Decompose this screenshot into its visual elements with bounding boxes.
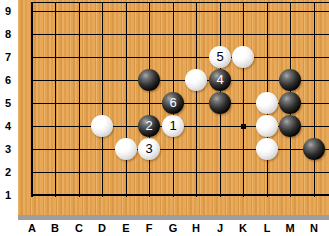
move-number-label: 1 <box>162 115 184 137</box>
grid-line-row-7 <box>31 57 329 58</box>
col-label-B: B <box>46 221 64 235</box>
grid-line-col-K <box>243 2 244 197</box>
grid-line-row-9 <box>31 11 329 12</box>
move-number-label: 4 <box>209 69 231 91</box>
grid-line-col-E <box>126 2 127 197</box>
stone-black-J5[interactable] <box>209 92 231 114</box>
col-label-G: G <box>164 221 182 235</box>
stone-white-J7[interactable]: 5 <box>209 46 231 68</box>
stone-black-M6[interactable] <box>279 69 301 91</box>
col-label-C: C <box>70 221 88 235</box>
grid-line-row-1 <box>31 194 329 196</box>
grid-line-col-H <box>196 2 197 197</box>
star-point-K4 <box>241 124 246 129</box>
stone-white-L3[interactable] <box>256 138 278 160</box>
col-label-J: J <box>211 221 229 235</box>
grid-line-col-A <box>31 2 33 197</box>
row-label-2: 2 <box>0 165 16 179</box>
col-label-A: A <box>23 221 41 235</box>
col-label-M: M <box>281 221 299 235</box>
stone-black-N3[interactable] <box>303 138 325 160</box>
go-diagram: 321645 987654321ABCDEFGHJKLMN <box>0 0 329 236</box>
row-label-3: 3 <box>0 142 16 156</box>
stone-white-K7[interactable] <box>232 46 254 68</box>
row-label-6: 6 <box>0 73 16 87</box>
col-label-H: H <box>187 221 205 235</box>
col-label-E: E <box>117 221 135 235</box>
move-number-label: 2 <box>138 115 160 137</box>
stone-white-L4[interactable] <box>256 115 278 137</box>
grid-line-col-F <box>149 2 150 197</box>
go-board[interactable]: 321645 <box>18 0 329 215</box>
row-label-5: 5 <box>0 96 16 110</box>
stone-black-F4[interactable]: 2 <box>138 115 160 137</box>
stone-white-G4[interactable]: 1 <box>162 115 184 137</box>
stone-white-L5[interactable] <box>256 92 278 114</box>
col-label-L: L <box>258 221 276 235</box>
stone-white-H6[interactable] <box>185 69 207 91</box>
grid-line-col-D <box>102 2 103 197</box>
move-number-label: 5 <box>209 46 231 68</box>
row-label-8: 8 <box>0 27 16 41</box>
move-number-label: 6 <box>162 92 184 114</box>
col-label-K: K <box>234 221 252 235</box>
grid-line-col-N <box>314 2 315 197</box>
grid-line-row-2 <box>31 172 329 173</box>
stone-black-M4[interactable] <box>279 115 301 137</box>
col-label-N: N <box>305 221 323 235</box>
move-number-label: 3 <box>138 138 160 160</box>
row-label-9: 9 <box>0 4 16 18</box>
row-label-4: 4 <box>0 119 16 133</box>
stone-white-E3[interactable] <box>115 138 137 160</box>
grid-line-row-8 <box>31 34 329 35</box>
stone-black-J6[interactable]: 4 <box>209 69 231 91</box>
stone-white-F3[interactable]: 3 <box>138 138 160 160</box>
stone-black-G5[interactable]: 6 <box>162 92 184 114</box>
stone-black-F6[interactable] <box>138 69 160 91</box>
stone-black-M5[interactable] <box>279 92 301 114</box>
grid-line-col-C <box>79 2 80 197</box>
stone-white-D4[interactable] <box>91 115 113 137</box>
grid-line-top-crop <box>31 2 329 3</box>
grid-line-col-B <box>55 2 56 197</box>
row-label-1: 1 <box>0 188 16 202</box>
col-label-F: F <box>140 221 158 235</box>
board-edge-shadow <box>18 215 329 220</box>
grid-line-row-3 <box>31 149 329 150</box>
row-label-7: 7 <box>0 50 16 64</box>
col-label-D: D <box>93 221 111 235</box>
